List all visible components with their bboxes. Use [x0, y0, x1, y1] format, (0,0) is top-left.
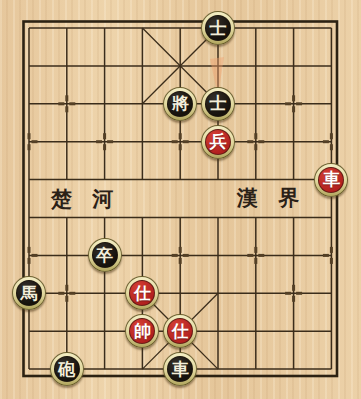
piece-glyph: 士	[205, 91, 231, 117]
piece-glyph: 車	[167, 356, 193, 382]
piece-black-advisor[interactable]: 士	[201, 87, 235, 121]
piece-red-soldier[interactable]: 兵	[201, 125, 235, 159]
piece-glyph: 將	[167, 91, 193, 117]
piece-glyph: 砲	[54, 356, 80, 382]
piece-glyph: 帥	[129, 318, 155, 344]
piece-glyph: 馬	[16, 280, 42, 306]
piece-black-cannon[interactable]: 砲	[50, 352, 84, 386]
piece-glyph: 士	[205, 15, 231, 41]
xiangqi-board[interactable]: 楚 河 漢 界 士將士兵車卒馬仕帥仕砲車	[0, 0, 361, 399]
piece-glyph: 仕	[129, 280, 155, 306]
river-label-chu-he: 楚 河	[51, 185, 114, 213]
piece-glyph: 卒	[92, 242, 118, 268]
piece-black-soldier[interactable]: 卒	[88, 238, 122, 272]
piece-black-general[interactable]: 將	[163, 87, 197, 121]
piece-black-advisor[interactable]: 士	[201, 11, 235, 45]
piece-glyph: 兵	[205, 129, 231, 155]
piece-red-chariot[interactable]: 車	[314, 163, 348, 197]
piece-glyph: 仕	[167, 318, 193, 344]
piece-glyph: 車	[318, 167, 344, 193]
river-label-han-jie: 漢 界	[237, 184, 300, 212]
